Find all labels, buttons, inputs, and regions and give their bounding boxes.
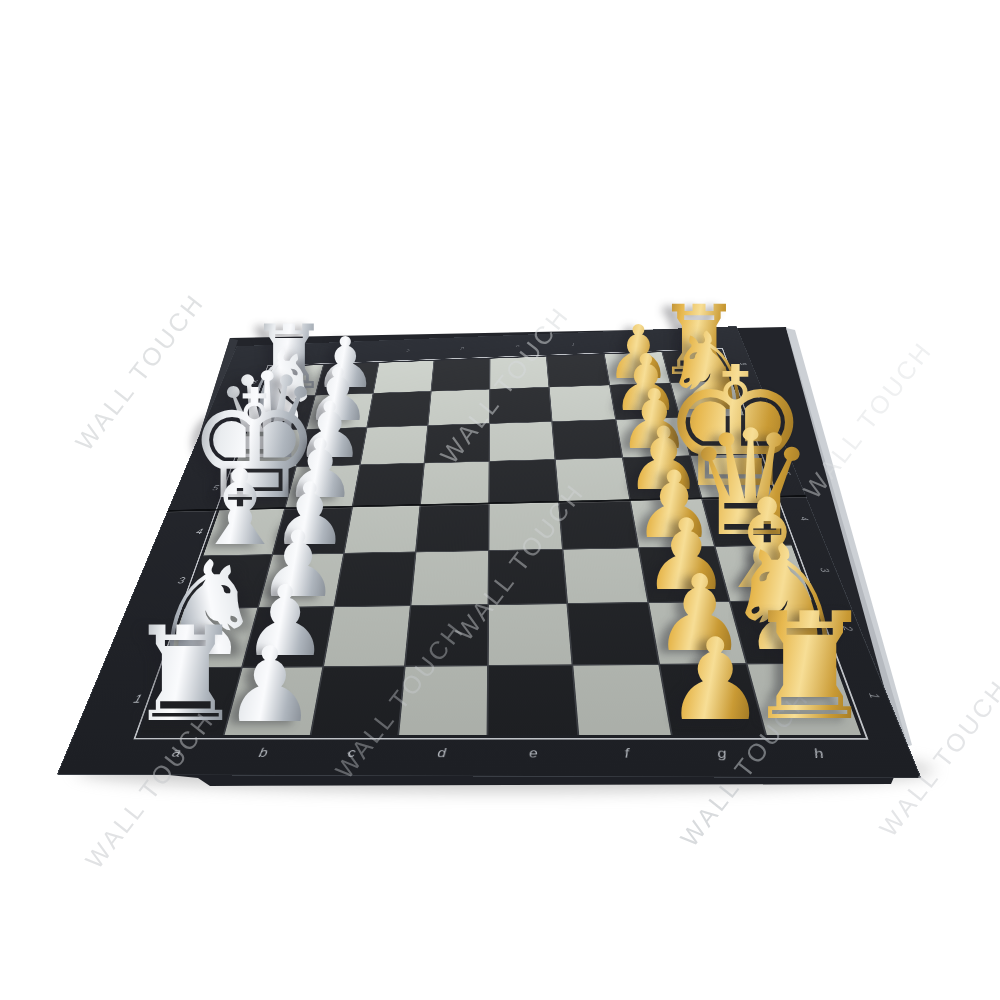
silver-pawn-b1[interactable]: ♟ [223, 633, 316, 737]
gold-rook-h1[interactable]: ♜ [743, 594, 875, 742]
chess-set-product-photo: aa11bb22cc33dd44ee55ff66gg77hh88 WALL TO… [0, 0, 1000, 1000]
pieces-layer: ♜♟♟♜♞♟♟♞♛♟♟♚♟♟♚♝♟♟♛♟♟♝♞♟♟♞♜♟♟♜ [0, 0, 1000, 1000]
